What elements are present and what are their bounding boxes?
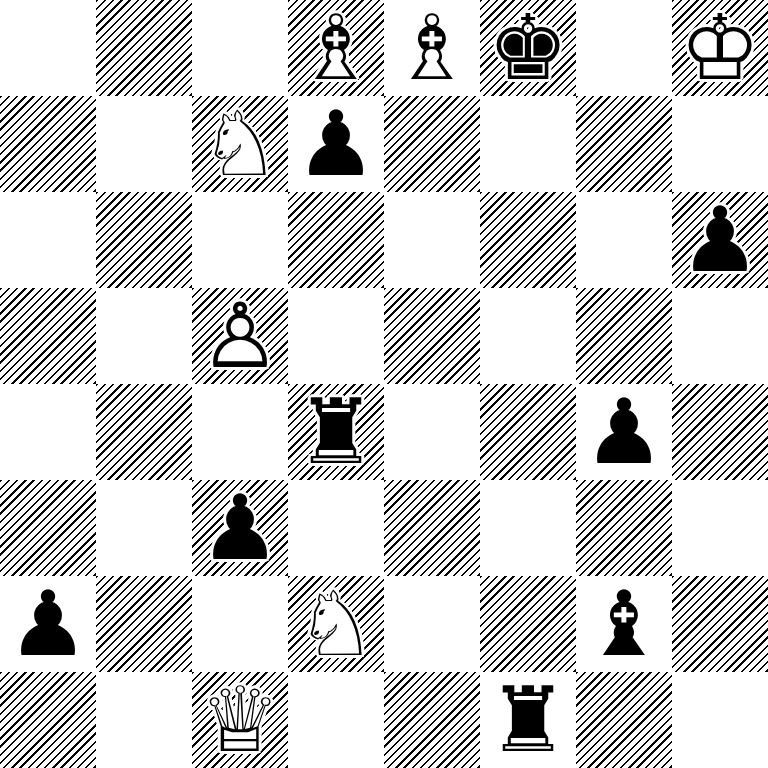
square-g7[interactable] bbox=[576, 96, 672, 192]
square-b1[interactable] bbox=[96, 672, 192, 768]
square-f3[interactable] bbox=[480, 480, 576, 576]
square-h6[interactable]: ♟♟ bbox=[672, 192, 768, 288]
square-h2[interactable] bbox=[672, 576, 768, 672]
square-c4[interactable] bbox=[192, 384, 288, 480]
white-knight[interactable]: ♞♘ bbox=[192, 96, 288, 192]
square-b6[interactable] bbox=[96, 192, 192, 288]
square-d4[interactable]: ♜♜ bbox=[288, 384, 384, 480]
square-d1[interactable] bbox=[288, 672, 384, 768]
square-e3[interactable] bbox=[384, 480, 480, 576]
black-pawn[interactable]: ♟♟ bbox=[672, 192, 768, 288]
square-b7[interactable] bbox=[96, 96, 192, 192]
black-pawn-glyph: ♟ bbox=[192, 480, 288, 576]
square-c2[interactable] bbox=[192, 576, 288, 672]
white-queen-glyph: ♕ bbox=[192, 672, 288, 768]
square-b4[interactable] bbox=[96, 384, 192, 480]
black-pawn[interactable]: ♟♟ bbox=[192, 480, 288, 576]
white-pawn-glyph: ♙ bbox=[192, 288, 288, 384]
square-g8[interactable] bbox=[576, 0, 672, 96]
white-queen[interactable]: ♛♕ bbox=[192, 672, 288, 768]
square-e2[interactable] bbox=[384, 576, 480, 672]
white-bishop-glyph: ♗ bbox=[288, 0, 384, 96]
black-pawn-glyph: ♟ bbox=[288, 96, 384, 192]
square-e1[interactable] bbox=[384, 672, 480, 768]
black-king-glyph: ♚ bbox=[480, 0, 576, 96]
square-c8[interactable] bbox=[192, 0, 288, 96]
square-a3[interactable] bbox=[0, 480, 96, 576]
square-e6[interactable] bbox=[384, 192, 480, 288]
black-rook[interactable]: ♜♜ bbox=[480, 672, 576, 768]
white-knight-glyph: ♘ bbox=[192, 96, 288, 192]
square-c7[interactable]: ♞♘ bbox=[192, 96, 288, 192]
black-pawn-glyph: ♟ bbox=[576, 384, 672, 480]
square-g6[interactable] bbox=[576, 192, 672, 288]
square-f8[interactable]: ♚♚ bbox=[480, 0, 576, 96]
white-knight-glyph: ♘ bbox=[288, 576, 384, 672]
square-c5[interactable]: ♟♙ bbox=[192, 288, 288, 384]
square-a4[interactable] bbox=[0, 384, 96, 480]
square-d8[interactable]: ♝♗ bbox=[288, 0, 384, 96]
square-a7[interactable] bbox=[0, 96, 96, 192]
square-b5[interactable] bbox=[96, 288, 192, 384]
black-pawn[interactable]: ♟♟ bbox=[288, 96, 384, 192]
square-e7[interactable] bbox=[384, 96, 480, 192]
white-king[interactable]: ♚♔ bbox=[672, 0, 768, 96]
white-bishop[interactable]: ♝♗ bbox=[288, 0, 384, 96]
black-king[interactable]: ♚♚ bbox=[480, 0, 576, 96]
square-h1[interactable] bbox=[672, 672, 768, 768]
square-d5[interactable] bbox=[288, 288, 384, 384]
square-a2[interactable]: ♟♟ bbox=[0, 576, 96, 672]
black-rook-glyph: ♜ bbox=[288, 384, 384, 480]
square-c1[interactable]: ♛♕ bbox=[192, 672, 288, 768]
black-pawn-glyph: ♟ bbox=[0, 576, 96, 672]
square-c6[interactable] bbox=[192, 192, 288, 288]
square-d7[interactable]: ♟♟ bbox=[288, 96, 384, 192]
square-f4[interactable] bbox=[480, 384, 576, 480]
square-b2[interactable] bbox=[96, 576, 192, 672]
square-f6[interactable] bbox=[480, 192, 576, 288]
square-h4[interactable] bbox=[672, 384, 768, 480]
square-a5[interactable] bbox=[0, 288, 96, 384]
square-d6[interactable] bbox=[288, 192, 384, 288]
square-b8[interactable] bbox=[96, 0, 192, 96]
white-king-glyph: ♔ bbox=[672, 0, 768, 96]
square-d3[interactable] bbox=[288, 480, 384, 576]
square-f7[interactable] bbox=[480, 96, 576, 192]
black-pawn[interactable]: ♟♟ bbox=[576, 384, 672, 480]
white-bishop[interactable]: ♝♗ bbox=[384, 0, 480, 96]
black-bishop[interactable]: ♝♝ bbox=[576, 576, 672, 672]
square-e8[interactable]: ♝♗ bbox=[384, 0, 480, 96]
square-d2[interactable]: ♞♘ bbox=[288, 576, 384, 672]
square-a8[interactable] bbox=[0, 0, 96, 96]
square-a1[interactable] bbox=[0, 672, 96, 768]
square-h5[interactable] bbox=[672, 288, 768, 384]
square-f2[interactable] bbox=[480, 576, 576, 672]
black-rook-glyph: ♜ bbox=[480, 672, 576, 768]
chess-board: ♝♗♝♗♚♚♚♔♞♘♟♟♟♟♟♙♜♜♟♟♟♟♟♟♞♘♝♝♛♕♜♜ bbox=[0, 0, 768, 768]
square-g5[interactable] bbox=[576, 288, 672, 384]
square-b3[interactable] bbox=[96, 480, 192, 576]
square-a6[interactable] bbox=[0, 192, 96, 288]
white-knight[interactable]: ♞♘ bbox=[288, 576, 384, 672]
square-h3[interactable] bbox=[672, 480, 768, 576]
square-g3[interactable] bbox=[576, 480, 672, 576]
black-rook[interactable]: ♜♜ bbox=[288, 384, 384, 480]
square-e4[interactable] bbox=[384, 384, 480, 480]
white-pawn[interactable]: ♟♙ bbox=[192, 288, 288, 384]
square-f5[interactable] bbox=[480, 288, 576, 384]
square-g4[interactable]: ♟♟ bbox=[576, 384, 672, 480]
black-pawn[interactable]: ♟♟ bbox=[0, 576, 96, 672]
white-bishop-glyph: ♗ bbox=[384, 0, 480, 96]
square-e5[interactable] bbox=[384, 288, 480, 384]
black-bishop-glyph: ♝ bbox=[576, 576, 672, 672]
square-h8[interactable]: ♚♔ bbox=[672, 0, 768, 96]
square-g1[interactable] bbox=[576, 672, 672, 768]
square-f1[interactable]: ♜♜ bbox=[480, 672, 576, 768]
black-pawn-glyph: ♟ bbox=[672, 192, 768, 288]
square-g2[interactable]: ♝♝ bbox=[576, 576, 672, 672]
square-h7[interactable] bbox=[672, 96, 768, 192]
square-c3[interactable]: ♟♟ bbox=[192, 480, 288, 576]
